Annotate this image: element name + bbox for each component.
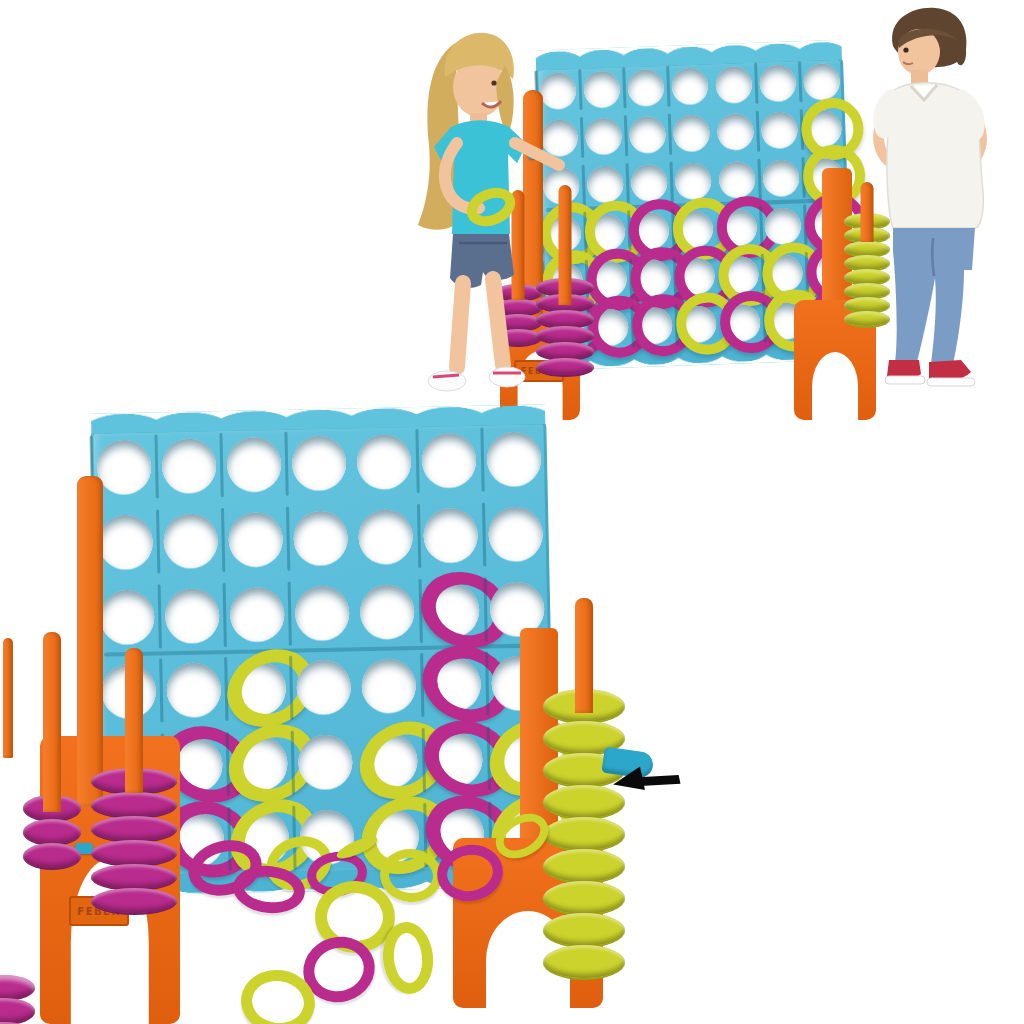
empty-hole	[358, 509, 413, 564]
empty-hole	[357, 434, 412, 489]
stacked-ring-yellow	[844, 311, 890, 328]
empty-hole	[226, 437, 281, 492]
empty-hole	[487, 432, 542, 487]
stacked-ring-magenta	[91, 888, 177, 915]
board-cell	[356, 648, 423, 724]
board-cell	[354, 573, 421, 649]
empty-hole	[488, 506, 543, 561]
board-cell	[157, 503, 224, 579]
board-cell	[623, 63, 669, 112]
board-cell	[351, 424, 418, 500]
empty-hole	[671, 67, 708, 104]
board-cell	[286, 425, 353, 501]
empty-hole	[361, 658, 416, 713]
board-cell	[419, 572, 486, 648]
board-cell	[711, 60, 757, 109]
empty-hole	[627, 69, 664, 106]
board-cell	[290, 649, 357, 725]
girl-leg-left	[457, 283, 463, 367]
board-cell	[422, 721, 489, 797]
board-cell	[416, 423, 483, 499]
girl-shoe-left	[428, 371, 466, 391]
empty-hole	[423, 508, 478, 563]
board-cell	[225, 651, 292, 727]
girl-shoe-right	[489, 367, 525, 387]
empty-hole	[673, 115, 710, 152]
stacked-ring-magenta	[91, 816, 177, 843]
empty-hole	[298, 734, 353, 789]
empty-hole	[293, 510, 348, 565]
board-cell	[581, 112, 627, 161]
scattered-rings	[168, 812, 576, 1020]
stacked-ring-magenta	[23, 819, 81, 846]
scattered-ring-magenta	[433, 840, 508, 907]
boy-sole-left	[885, 376, 925, 384]
empty-hole	[163, 513, 218, 568]
empty-hole	[764, 207, 801, 244]
board-cell	[631, 301, 677, 350]
board-cell	[579, 64, 625, 113]
board-cell	[587, 303, 633, 352]
arrow-tail	[634, 775, 680, 786]
board-cell	[483, 496, 550, 572]
magenta-ring-stack-rear	[23, 632, 81, 870]
empty-hole	[161, 439, 216, 494]
board-cell	[287, 500, 354, 576]
board-cell	[667, 61, 713, 110]
board-cell	[352, 499, 419, 575]
product-photo-canvas: FEBER	[0, 0, 1024, 1024]
board-cell	[713, 107, 759, 156]
stacked-ring-magenta	[0, 998, 35, 1024]
board-cell	[625, 110, 671, 159]
stacked-ring-magenta	[91, 840, 177, 867]
board-cell	[227, 725, 294, 801]
girl-figure	[375, 15, 567, 417]
board-cell	[675, 300, 721, 349]
board-cell	[289, 575, 356, 651]
empty-hole	[803, 63, 840, 100]
stack-pole	[575, 598, 593, 713]
board-cell	[224, 576, 291, 652]
empty-hole	[422, 433, 477, 488]
empty-hole	[164, 588, 219, 643]
stack-pole	[125, 648, 143, 793]
girl-leg-right	[493, 279, 503, 365]
edge-pole-sliver	[3, 638, 13, 758]
empty-hole	[296, 660, 351, 715]
boy-sole-right	[927, 378, 975, 386]
empty-hole	[719, 161, 756, 198]
stacked-ring-magenta	[91, 864, 177, 891]
empty-hole	[292, 436, 347, 491]
scattered-ring-yellow	[378, 847, 444, 904]
board-cell	[421, 647, 488, 723]
board-cell	[669, 109, 715, 158]
yellow-ring-stack	[844, 182, 890, 328]
magenta-ring-stack-corner	[0, 978, 35, 1024]
board-cell	[357, 723, 424, 799]
empty-hole	[230, 586, 285, 641]
boy-jeans	[893, 228, 975, 364]
empty-hole	[96, 440, 151, 495]
empty-hole	[762, 159, 799, 196]
empty-hole	[631, 164, 668, 201]
boy-neck	[911, 70, 928, 84]
stack-pole	[43, 632, 61, 812]
empty-hole	[675, 163, 712, 200]
board-cell	[755, 58, 801, 107]
empty-hole	[629, 116, 666, 153]
stacked-ring-magenta	[23, 843, 81, 870]
board-cell	[292, 724, 359, 800]
stacked-ring-magenta	[91, 792, 177, 819]
empty-hole	[360, 584, 415, 639]
empty-hole	[717, 113, 754, 150]
board-cell	[719, 298, 765, 347]
boy-eye	[903, 47, 908, 52]
girl-eye	[491, 80, 496, 85]
empty-hole	[761, 112, 798, 149]
stack-pole	[861, 182, 874, 242]
board-cell	[93, 579, 160, 655]
board-cell	[481, 421, 548, 497]
board-cell	[221, 427, 288, 503]
empty-hole	[585, 118, 622, 155]
board-cell	[757, 106, 803, 155]
board-cell	[155, 428, 222, 504]
empty-hole	[228, 512, 283, 567]
board-cell	[758, 154, 804, 203]
board-cell	[222, 501, 289, 577]
empty-hole	[98, 515, 153, 570]
empty-hole	[759, 64, 796, 101]
empty-hole	[583, 70, 620, 107]
magenta-ring-stack-front	[91, 648, 177, 915]
empty-hole	[99, 589, 154, 644]
board-cell	[418, 497, 485, 573]
empty-hole	[715, 66, 752, 103]
empty-hole	[295, 585, 350, 640]
board-cell	[159, 577, 226, 653]
